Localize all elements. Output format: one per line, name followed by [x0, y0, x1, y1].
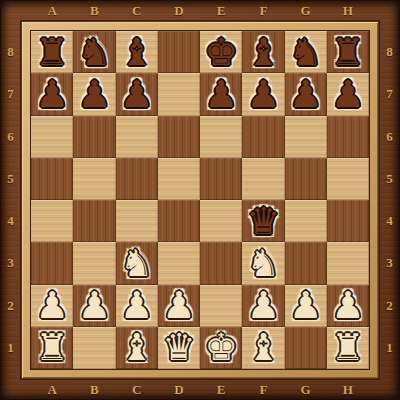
file-label-g: G	[285, 379, 327, 400]
file-label-d: D	[158, 0, 200, 21]
file-label-a: A	[31, 379, 73, 400]
square-f2[interactable]: ♟	[242, 285, 284, 327]
square-a8[interactable]: ♜	[31, 31, 73, 73]
rank-label-6: 6	[0, 116, 21, 158]
square-b4[interactable]	[73, 200, 115, 242]
rank-label-1: 1	[0, 327, 21, 369]
rank-label-1: 1	[379, 327, 400, 369]
piece-black-knight[interactable]: ♞	[78, 34, 111, 71]
square-c5[interactable]	[116, 158, 158, 200]
piece-white-queen[interactable]: ♛	[162, 329, 195, 366]
piece-black-pawn[interactable]: ♟	[289, 76, 322, 113]
rank-label-3: 3	[379, 242, 400, 284]
square-e8[interactable]: ♚	[200, 31, 242, 73]
rank-label-5: 5	[379, 158, 400, 200]
square-f6[interactable]	[242, 116, 284, 158]
square-a1[interactable]: ♜	[31, 327, 73, 369]
square-h5[interactable]	[327, 158, 369, 200]
square-e4[interactable]	[200, 200, 242, 242]
square-c3[interactable]: ♞	[116, 242, 158, 284]
square-b2[interactable]: ♟	[73, 285, 115, 327]
piece-white-pawn[interactable]: ♟	[289, 287, 322, 324]
file-label-f: F	[242, 0, 284, 21]
piece-black-bishop[interactable]: ♝	[120, 34, 153, 71]
piece-black-pawn[interactable]: ♟	[331, 76, 364, 113]
square-b7[interactable]: ♟	[73, 73, 115, 115]
square-d2[interactable]: ♟	[158, 285, 200, 327]
file-label-b: B	[73, 0, 115, 21]
square-g7[interactable]: ♟	[285, 73, 327, 115]
square-g4[interactable]	[285, 200, 327, 242]
square-c7[interactable]: ♟	[116, 73, 158, 115]
square-d7[interactable]	[158, 73, 200, 115]
piece-white-knight[interactable]: ♞	[120, 245, 153, 282]
square-a6[interactable]	[31, 116, 73, 158]
file-labels-top: ABCDEFGH	[31, 0, 369, 21]
square-d6[interactable]	[158, 116, 200, 158]
file-labels-bottom: ABCDEFGH	[31, 379, 369, 400]
rank-label-8: 8	[0, 31, 21, 73]
rank-label-5: 5	[0, 158, 21, 200]
square-f8[interactable]: ♝	[242, 31, 284, 73]
square-f4[interactable]: ♛	[242, 200, 284, 242]
piece-white-king[interactable]: ♚	[205, 329, 238, 366]
file-label-c: C	[116, 379, 158, 400]
square-e7[interactable]: ♟	[200, 73, 242, 115]
piece-white-rook[interactable]: ♜	[331, 329, 364, 366]
square-h4[interactable]	[327, 200, 369, 242]
square-g3[interactable]	[285, 242, 327, 284]
square-e6[interactable]	[200, 116, 242, 158]
piece-black-pawn[interactable]: ♟	[78, 76, 111, 113]
square-e1[interactable]: ♚	[200, 327, 242, 369]
piece-black-knight[interactable]: ♞	[289, 34, 322, 71]
piece-black-king[interactable]: ♚	[205, 34, 238, 71]
square-b1[interactable]	[73, 327, 115, 369]
piece-white-knight[interactable]: ♞	[247, 245, 280, 282]
square-d5[interactable]	[158, 158, 200, 200]
rank-label-4: 4	[379, 200, 400, 242]
board-grid: ♜♞♝♚♝♞♜♟♟♟♟♟♟♟♛♞♞♟♟♟♟♟♟♟♜♝♛♚♝♜	[31, 31, 369, 369]
piece-white-pawn[interactable]: ♟	[120, 287, 153, 324]
piece-black-queen[interactable]: ♛	[247, 203, 280, 240]
square-a3[interactable]	[31, 242, 73, 284]
piece-white-bishop[interactable]: ♝	[247, 329, 280, 366]
rank-label-3: 3	[0, 242, 21, 284]
square-a4[interactable]	[31, 200, 73, 242]
square-h1[interactable]: ♜	[327, 327, 369, 369]
piece-white-bishop[interactable]: ♝	[120, 329, 153, 366]
square-h7[interactable]: ♟	[327, 73, 369, 115]
square-g5[interactable]	[285, 158, 327, 200]
square-d3[interactable]	[158, 242, 200, 284]
piece-black-pawn[interactable]: ♟	[205, 76, 238, 113]
square-e5[interactable]	[200, 158, 242, 200]
square-b8[interactable]: ♞	[73, 31, 115, 73]
file-label-d: D	[158, 379, 200, 400]
piece-black-rook[interactable]: ♜	[331, 34, 364, 71]
file-label-a: A	[31, 0, 73, 21]
square-h6[interactable]	[327, 116, 369, 158]
square-a5[interactable]	[31, 158, 73, 200]
square-c4[interactable]	[116, 200, 158, 242]
rank-label-7: 7	[0, 73, 21, 115]
piece-white-pawn[interactable]: ♟	[162, 287, 195, 324]
rank-label-2: 2	[379, 285, 400, 327]
square-b5[interactable]	[73, 158, 115, 200]
square-a7[interactable]: ♟	[31, 73, 73, 115]
rank-label-7: 7	[379, 73, 400, 115]
rank-label-2: 2	[0, 285, 21, 327]
rank-label-4: 4	[0, 200, 21, 242]
chess-board: ABCDEFGH ABCDEFGH 87654321 87654321 ♜♞♝♚…	[0, 0, 400, 400]
piece-white-pawn[interactable]: ♟	[247, 287, 280, 324]
square-f5[interactable]	[242, 158, 284, 200]
piece-white-pawn[interactable]: ♟	[331, 287, 364, 324]
square-g2[interactable]: ♟	[285, 285, 327, 327]
piece-white-pawn[interactable]: ♟	[78, 287, 111, 324]
file-label-h: H	[327, 0, 369, 21]
rank-label-6: 6	[379, 116, 400, 158]
piece-black-bishop[interactable]: ♝	[247, 34, 280, 71]
file-label-e: E	[200, 0, 242, 21]
piece-white-pawn[interactable]: ♟	[36, 287, 69, 324]
square-b6[interactable]	[73, 116, 115, 158]
square-h3[interactable]	[327, 242, 369, 284]
square-a2[interactable]: ♟	[31, 285, 73, 327]
file-label-b: B	[73, 379, 115, 400]
square-f1[interactable]: ♝	[242, 327, 284, 369]
piece-black-pawn[interactable]: ♟	[36, 76, 69, 113]
square-g8[interactable]: ♞	[285, 31, 327, 73]
square-f3[interactable]: ♞	[242, 242, 284, 284]
square-e3[interactable]	[200, 242, 242, 284]
square-g1[interactable]	[285, 327, 327, 369]
file-label-c: C	[116, 0, 158, 21]
square-f7[interactable]: ♟	[242, 73, 284, 115]
piece-white-rook[interactable]: ♜	[36, 329, 69, 366]
square-g6[interactable]	[285, 116, 327, 158]
square-h2[interactable]: ♟	[327, 285, 369, 327]
square-h8[interactable]: ♜	[327, 31, 369, 73]
square-c1[interactable]: ♝	[116, 327, 158, 369]
square-c2[interactable]: ♟	[116, 285, 158, 327]
rank-labels-left: 87654321	[0, 31, 21, 369]
square-c6[interactable]	[116, 116, 158, 158]
file-label-e: E	[200, 379, 242, 400]
file-label-g: G	[285, 0, 327, 21]
square-c8[interactable]: ♝	[116, 31, 158, 73]
piece-black-rook[interactable]: ♜	[36, 34, 69, 71]
rank-label-8: 8	[379, 31, 400, 73]
file-label-f: F	[242, 379, 284, 400]
piece-black-pawn[interactable]: ♟	[247, 76, 280, 113]
square-d1[interactable]: ♛	[158, 327, 200, 369]
square-d8[interactable]	[158, 31, 200, 73]
square-d4[interactable]	[158, 200, 200, 242]
square-e2[interactable]	[200, 285, 242, 327]
file-label-h: H	[327, 379, 369, 400]
square-b3[interactable]	[73, 242, 115, 284]
rank-labels-right: 87654321	[379, 31, 400, 369]
piece-black-pawn[interactable]: ♟	[120, 76, 153, 113]
